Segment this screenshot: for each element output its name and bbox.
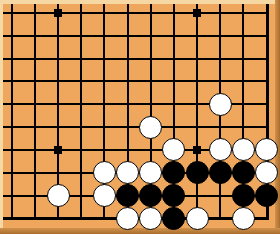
stone-black-P3 [162,161,185,184]
stone-black-R3 [209,161,232,184]
stone-black-N2 [116,184,139,207]
stone-white-S1 [232,207,255,230]
stone-black-S2 [232,184,255,207]
grid-line-horizontal [3,80,268,82]
grid-line-horizontal [3,35,268,37]
stone-white-O5 [139,116,162,139]
grid-line-horizontal [3,12,268,14]
star-point [193,9,201,17]
stone-black-O2 [139,184,162,207]
stone-white-P4 [162,138,185,161]
stone-white-O1 [139,207,162,230]
board-margin-top [0,0,280,4]
stone-white-O3 [139,161,162,184]
star-point [54,146,62,154]
stone-black-P2 [162,184,185,207]
star-point [193,146,201,154]
grid-line-horizontal [3,58,268,60]
stone-white-M3 [93,161,116,184]
stone-white-N1 [116,207,139,230]
stone-white-K2 [47,184,70,207]
stone-white-R6 [209,93,232,116]
grid-line-horizontal [3,126,268,128]
stone-white-S4 [232,138,255,161]
stone-white-Q1 [186,207,209,230]
stone-black-Q3 [186,161,209,184]
stone-white-N3 [116,161,139,184]
stone-white-R4 [209,138,232,161]
go-board[interactable] [0,0,280,234]
stone-black-P1 [162,207,185,230]
star-point [54,9,62,17]
stone-white-M2 [93,184,116,207]
stone-black-S3 [232,161,255,184]
